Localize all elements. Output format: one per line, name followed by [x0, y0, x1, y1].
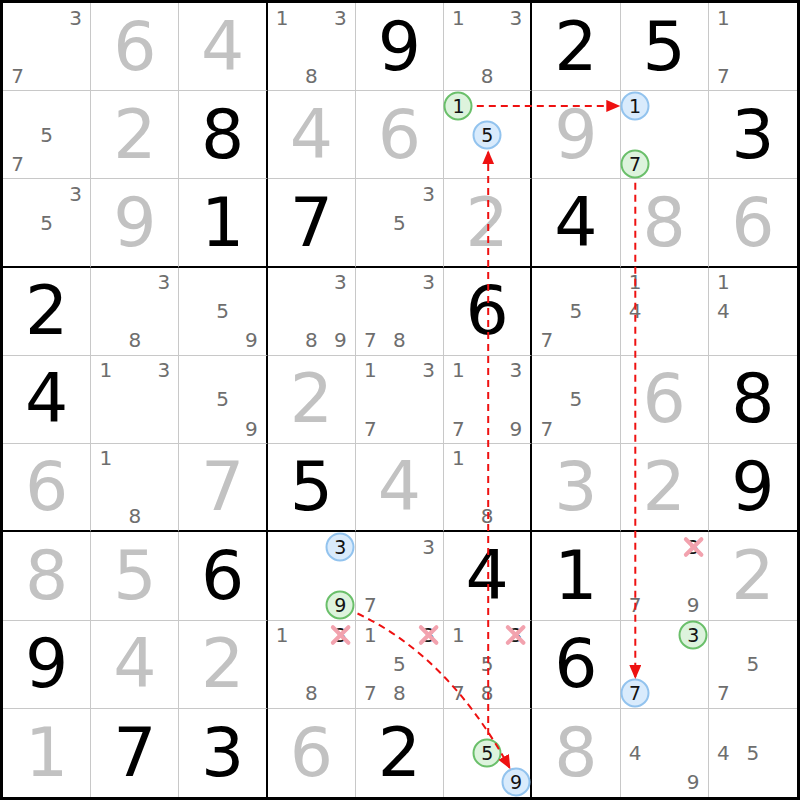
solved-digit-r3c2: 9: [91, 179, 178, 265]
candidate-5: 5: [570, 389, 583, 409]
cell-r7c7[interactable]: 1: [532, 532, 620, 620]
given-digit-r1c5: 9: [356, 3, 443, 90]
chain-node-blue-5: 5: [473, 120, 502, 149]
cell-r4c1[interactable]: 2: [3, 268, 91, 356]
cell-r4c8[interactable]: 14: [621, 268, 709, 356]
given-digit-r4c6: 6: [444, 268, 530, 355]
given-digit-r9c3: 3: [179, 709, 265, 797]
cell-r2c3[interactable]: 8: [179, 91, 267, 179]
cell-r8c7[interactable]: 6: [532, 621, 620, 709]
cell-r5c6[interactable]: 1379: [444, 356, 532, 444]
eliminated-candidate-3: 3: [334, 625, 347, 645]
given-digit-r5c9: 8: [709, 356, 797, 443]
solved-digit-r9c1: 1: [3, 709, 90, 797]
cell-r1c4[interactable]: 138: [268, 3, 356, 91]
cell-r3c2[interactable]: 9: [91, 179, 179, 267]
candidate-7: 7: [364, 330, 377, 350]
candidate-1: 1: [276, 625, 289, 645]
given-digit-r4c1: 2: [3, 268, 90, 355]
given-digit-r2c3: 8: [179, 91, 265, 178]
given-digit-r8c1: 9: [3, 621, 90, 708]
cell-r4c5[interactable]: 378: [356, 268, 444, 356]
cell-r8c9[interactable]: 57: [709, 621, 797, 709]
candidate-5: 5: [40, 125, 53, 145]
candidate-7: 7: [629, 595, 642, 615]
cell-r5c2[interactable]: 13: [91, 356, 179, 444]
given-digit-r5c1: 4: [3, 356, 90, 443]
solved-digit-r7c9: 2: [709, 532, 797, 619]
candidate-8: 8: [305, 330, 318, 350]
candidate-8: 8: [481, 506, 494, 526]
solved-digit-r5c8: 6: [621, 356, 708, 443]
candidate-1: 1: [452, 360, 465, 380]
candidate-1: 1: [717, 272, 730, 292]
cell-r3c8[interactable]: 8: [621, 179, 709, 267]
candidate-7: 7: [452, 683, 465, 703]
candidate-7: 7: [11, 66, 24, 86]
candidate-3: 3: [422, 184, 435, 204]
chain-node-blue-9: 9: [501, 768, 530, 797]
cell-r9c9[interactable]: 45: [709, 709, 797, 797]
cell-r2c1[interactable]: 57: [3, 91, 91, 179]
sudoku-board: 3764138913825175728461591733591735248623…: [0, 0, 800, 800]
cell-r7c8[interactable]: 793: [621, 532, 709, 620]
candidate-3: 3: [422, 360, 435, 380]
chain-node-green-7: 7: [621, 149, 650, 178]
solved-digit-r5c4: 2: [268, 356, 355, 443]
cell-r2c8[interactable]: 17: [621, 91, 709, 179]
given-digit-r3c7: 4: [532, 179, 619, 265]
chain-node-green-9: 9: [326, 591, 355, 620]
cell-r4c4[interactable]: 389: [268, 268, 356, 356]
solved-digit-r8c3: 2: [179, 621, 265, 708]
given-digit-r6c9: 9: [709, 444, 797, 530]
candidate-3: 3: [69, 8, 82, 28]
solved-digit-r3c9: 6: [709, 179, 797, 265]
chain-node-green-1: 1: [444, 91, 473, 120]
cell-r8c8[interactable]: 37: [621, 621, 709, 709]
solved-digit-r6c5: 4: [356, 444, 443, 530]
candidate-7: 7: [717, 66, 730, 86]
cell-r3c3[interactable]: 1: [179, 179, 267, 267]
candidate-8: 8: [481, 683, 494, 703]
candidate-5: 5: [481, 654, 494, 674]
cell-r4c7[interactable]: 57: [532, 268, 620, 356]
chain-node-blue-1: 1: [621, 91, 650, 120]
cell-r8c3[interactable]: 2: [179, 621, 267, 709]
given-digit-r7c3: 6: [179, 532, 265, 619]
cell-r2c7[interactable]: 9: [532, 91, 620, 179]
given-digit-r7c7: 1: [532, 532, 619, 619]
solved-digit-r2c5: 6: [356, 91, 443, 178]
candidate-3: 3: [69, 184, 82, 204]
eliminated-candidate-3: 3: [687, 537, 700, 557]
solved-digit-r6c3: 7: [179, 444, 265, 530]
candidate-5: 5: [216, 301, 229, 321]
candidate-7: 7: [364, 683, 377, 703]
chain-node-blue-3: 3: [326, 532, 355, 561]
candidate-5: 5: [40, 213, 53, 233]
solved-digit-r1c2: 6: [91, 3, 178, 90]
candidate-1: 1: [364, 360, 377, 380]
candidate-1: 1: [99, 360, 112, 380]
candidate-7: 7: [364, 419, 377, 439]
cell-r2c6[interactable]: 15: [444, 91, 532, 179]
cell-r5c5[interactable]: 137: [356, 356, 444, 444]
cell-r6c4[interactable]: 5: [268, 444, 356, 532]
cell-r1c8[interactable]: 5: [621, 3, 709, 91]
solved-digit-r8c2: 4: [91, 621, 178, 708]
given-digit-r9c2: 7: [91, 709, 178, 797]
candidate-9: 9: [687, 772, 700, 792]
candidate-1: 1: [452, 625, 465, 645]
cell-r6c2[interactable]: 18: [91, 444, 179, 532]
candidate-5: 5: [216, 389, 229, 409]
cell-r5c1[interactable]: 4: [3, 356, 91, 444]
given-digit-r1c7: 2: [532, 3, 619, 90]
candidate-8: 8: [393, 683, 406, 703]
cell-r6c6[interactable]: 18: [444, 444, 532, 532]
cell-r1c7[interactable]: 2: [532, 3, 620, 91]
cell-r1c3[interactable]: 4: [179, 3, 267, 91]
cell-r6c9[interactable]: 9: [709, 444, 797, 532]
cell-r2c9[interactable]: 3: [709, 91, 797, 179]
cell-r3c5[interactable]: 35: [356, 179, 444, 267]
candidate-4: 4: [629, 743, 642, 763]
candidate-4: 4: [717, 301, 730, 321]
solved-digit-r7c1: 8: [3, 532, 90, 619]
candidate-8: 8: [128, 330, 141, 350]
eliminated-candidate-3: 3: [422, 625, 435, 645]
solved-digit-r6c1: 6: [3, 444, 90, 530]
candidate-7: 7: [540, 419, 553, 439]
candidate-1: 1: [717, 8, 730, 28]
cell-r7c4[interactable]: 39: [268, 532, 356, 620]
cell-r4c3[interactable]: 59: [179, 268, 267, 356]
cell-r5c8[interactable]: 6: [621, 356, 709, 444]
candidate-1: 1: [99, 448, 112, 468]
solved-digit-r7c2: 5: [91, 532, 178, 619]
candidate-4: 4: [717, 743, 730, 763]
chain-node-blue-7: 7: [621, 679, 650, 708]
cell-r7c6[interactable]: 4: [444, 532, 532, 620]
chain-node-green-3: 3: [679, 621, 708, 650]
chain-node-green-5: 5: [473, 738, 502, 767]
cell-r8c1[interactable]: 9: [3, 621, 91, 709]
cell-r9c8[interactable]: 49: [621, 709, 709, 797]
candidate-7: 7: [452, 419, 465, 439]
sudoku-grid: 3764138913825175728461591733591735248623…: [0, 0, 800, 800]
cell-r4c9[interactable]: 14: [709, 268, 797, 356]
candidate-8: 8: [481, 66, 494, 86]
solved-digit-r1c3: 4: [179, 3, 265, 90]
candidate-3: 3: [158, 360, 171, 380]
solved-digit-r6c8: 2: [621, 444, 708, 530]
cell-r6c3[interactable]: 7: [179, 444, 267, 532]
candidate-1: 1: [629, 272, 642, 292]
cell-r1c2[interactable]: 6: [91, 3, 179, 91]
candidate-7: 7: [11, 154, 24, 174]
candidate-3: 3: [334, 272, 347, 292]
solved-digit-r6c7: 3: [532, 444, 619, 530]
cell-r1c6[interactable]: 138: [444, 3, 532, 91]
candidate-8: 8: [128, 506, 141, 526]
solved-digit-r3c6: 2: [444, 179, 530, 265]
candidate-9: 9: [334, 330, 347, 350]
candidate-9: 9: [245, 419, 258, 439]
cell-r8c2[interactable]: 4: [91, 621, 179, 709]
candidate-7: 7: [364, 595, 377, 615]
given-digit-r7c6: 4: [444, 532, 530, 619]
candidate-1: 1: [452, 8, 465, 28]
cell-r5c7[interactable]: 57: [532, 356, 620, 444]
candidate-3: 3: [422, 537, 435, 557]
cell-r6c8[interactable]: 2: [621, 444, 709, 532]
candidate-5: 5: [393, 654, 406, 674]
cell-r1c1[interactable]: 37: [3, 3, 91, 91]
candidate-8: 8: [305, 683, 318, 703]
cell-r1c9[interactable]: 17: [709, 3, 797, 91]
cell-r8c6[interactable]: 15783: [444, 621, 532, 709]
candidate-3: 3: [334, 8, 347, 28]
given-digit-r8c7: 6: [532, 621, 619, 708]
given-digit-r9c5: 2: [356, 709, 443, 797]
cell-r3c9[interactable]: 6: [709, 179, 797, 267]
given-digit-r2c9: 3: [709, 91, 797, 178]
cell-r3c6[interactable]: 2: [444, 179, 532, 267]
solved-digit-r9c4: 6: [268, 709, 355, 797]
cell-r7c9[interactable]: 2: [709, 532, 797, 620]
candidate-1: 1: [452, 448, 465, 468]
solved-digit-r9c7: 8: [532, 709, 619, 797]
cell-r4c6[interactable]: 6: [444, 268, 532, 356]
candidate-9: 9: [687, 595, 700, 615]
cell-r9c5[interactable]: 2: [356, 709, 444, 797]
candidate-5: 5: [393, 213, 406, 233]
eliminated-candidate-3: 3: [510, 625, 523, 645]
cell-r8c5[interactable]: 15783: [356, 621, 444, 709]
cell-r5c4[interactable]: 2: [268, 356, 356, 444]
cell-r2c4[interactable]: 4: [268, 91, 356, 179]
cell-r7c3[interactable]: 6: [179, 532, 267, 620]
candidate-4: 4: [629, 301, 642, 321]
cell-r9c4[interactable]: 6: [268, 709, 356, 797]
candidate-3: 3: [158, 272, 171, 292]
cell-r3c7[interactable]: 4: [532, 179, 620, 267]
candidate-7: 7: [717, 683, 730, 703]
candidate-5: 5: [570, 301, 583, 321]
cell-r3c4[interactable]: 7: [268, 179, 356, 267]
candidate-3: 3: [422, 272, 435, 292]
candidate-1: 1: [276, 8, 289, 28]
given-digit-r3c3: 1: [179, 179, 265, 265]
candidate-8: 8: [393, 330, 406, 350]
cell-r5c9[interactable]: 8: [709, 356, 797, 444]
solved-digit-r2c2: 2: [91, 91, 178, 178]
candidate-3: 3: [510, 360, 523, 380]
candidate-8: 8: [305, 66, 318, 86]
candidate-9: 9: [510, 419, 523, 439]
candidate-5: 5: [747, 654, 760, 674]
given-digit-r6c4: 5: [268, 444, 355, 530]
cell-r1c5[interactable]: 9: [356, 3, 444, 91]
cell-r8c4[interactable]: 183: [268, 621, 356, 709]
candidate-5: 5: [747, 743, 760, 763]
cell-r9c1[interactable]: 1: [3, 709, 91, 797]
candidate-1: 1: [364, 625, 377, 645]
solved-digit-r3c8: 8: [621, 179, 708, 265]
given-digit-r3c4: 7: [268, 179, 355, 265]
cell-r7c5[interactable]: 37: [356, 532, 444, 620]
cell-r6c5[interactable]: 4: [356, 444, 444, 532]
candidate-3: 3: [510, 8, 523, 28]
cell-r6c1[interactable]: 6: [3, 444, 91, 532]
cell-r2c2[interactable]: 2: [91, 91, 179, 179]
given-digit-r1c8: 5: [621, 3, 708, 90]
candidate-7: 7: [540, 330, 553, 350]
cell-r9c7[interactable]: 8: [532, 709, 620, 797]
cell-r6c7[interactable]: 3: [532, 444, 620, 532]
solved-digit-r2c7: 9: [532, 91, 619, 178]
cell-r7c2[interactable]: 5: [91, 532, 179, 620]
cell-r5c3[interactable]: 59: [179, 356, 267, 444]
cell-r4c2[interactable]: 38: [91, 268, 179, 356]
cell-r7c1[interactable]: 8: [3, 532, 91, 620]
candidate-9: 9: [245, 330, 258, 350]
cell-r9c2[interactable]: 7: [91, 709, 179, 797]
cell-r9c3[interactable]: 3: [179, 709, 267, 797]
cell-r2c5[interactable]: 6: [356, 91, 444, 179]
cell-r3c1[interactable]: 35: [3, 179, 91, 267]
solved-digit-r2c4: 4: [268, 91, 355, 178]
cell-r9c6[interactable]: 59: [444, 709, 532, 797]
